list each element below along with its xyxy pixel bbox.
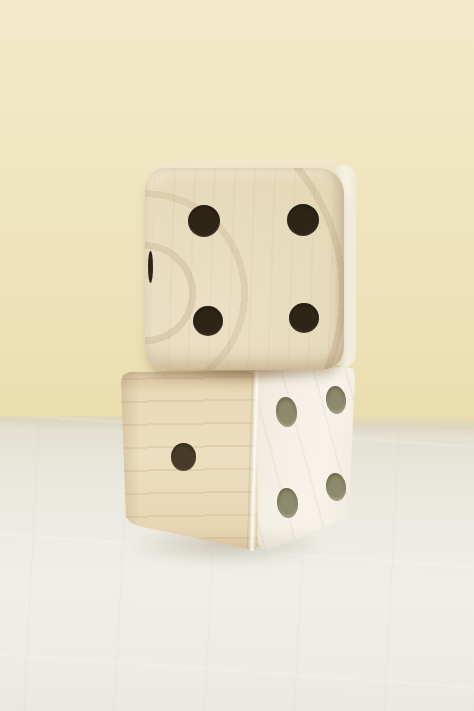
scene bbox=[0, 0, 474, 711]
top-die-front-pip-bottom-right bbox=[289, 303, 319, 333]
top-die-front-pip-top-right bbox=[287, 204, 319, 236]
top-die-left-face-pip-sliver bbox=[148, 251, 153, 283]
bottom-die-right-pip-bottom-right bbox=[325, 472, 348, 502]
bottom-die-right-pip-top-left bbox=[274, 396, 298, 428]
bottom-die-right-pip-bottom-left bbox=[275, 487, 299, 519]
top-die-front-pip-top-left bbox=[188, 205, 220, 237]
bottom-die-right-pip-top-right bbox=[325, 385, 348, 415]
pip-layer bbox=[0, 0, 474, 711]
bottom-die-front-pip-center bbox=[171, 443, 196, 471]
top-die-front-pip-bottom-left bbox=[193, 306, 223, 336]
